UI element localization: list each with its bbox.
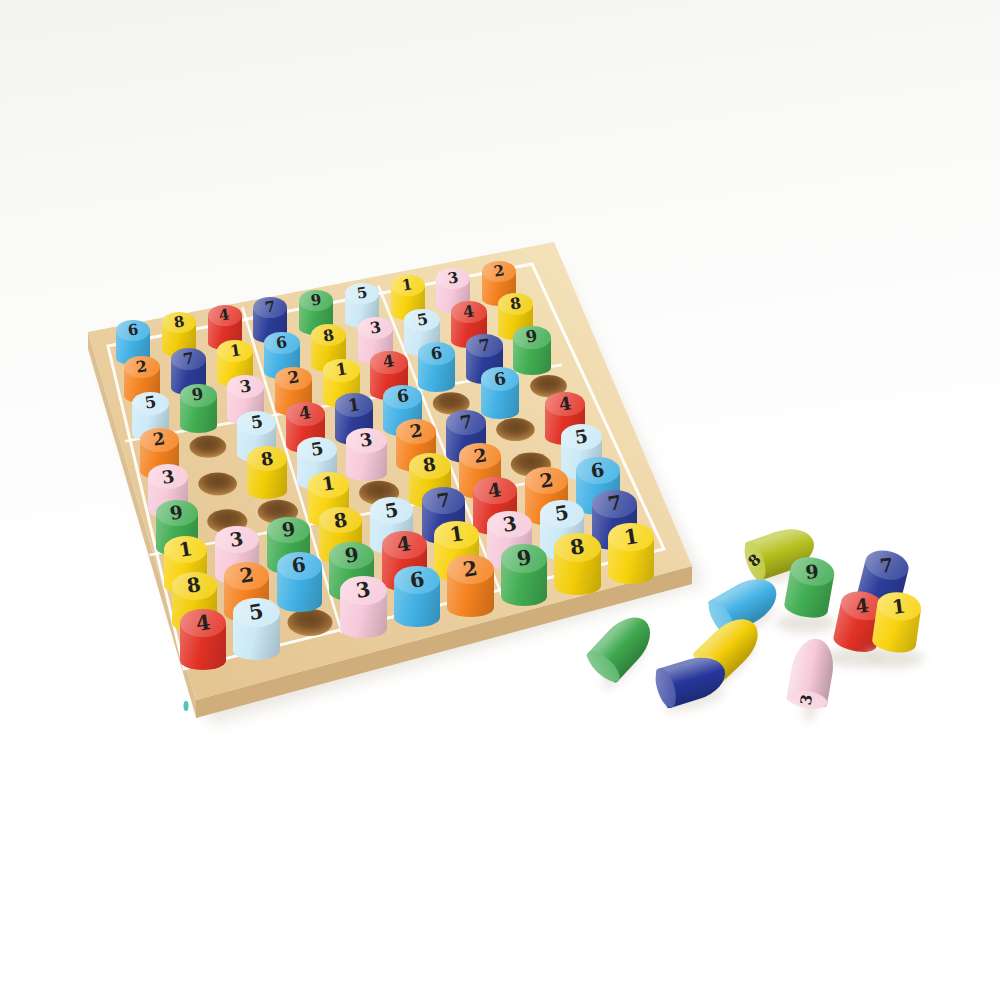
hole-r7c3 bbox=[268, 536, 310, 561]
hole-r6c6 bbox=[410, 471, 450, 495]
hole-r6c9 bbox=[561, 443, 601, 467]
hole-r5c6 bbox=[397, 436, 436, 459]
hole-r3c3 bbox=[228, 391, 263, 412]
hole-r9c5 bbox=[395, 588, 440, 615]
hole-r8c2 bbox=[225, 583, 268, 609]
hole-r4c9[interactable] bbox=[530, 375, 567, 397]
hole-r7c8 bbox=[526, 487, 568, 512]
board-top-face bbox=[88, 242, 692, 700]
hole-r6c4 bbox=[308, 490, 348, 514]
hole-r8c4 bbox=[330, 562, 373, 588]
hole-r9c4 bbox=[341, 598, 386, 625]
hole-r5c7 bbox=[447, 427, 486, 450]
hole-r3c8 bbox=[467, 349, 502, 370]
hole-r4c1 bbox=[141, 444, 178, 466]
hole-r4c6 bbox=[384, 401, 421, 423]
hole-r3c2 bbox=[181, 399, 216, 420]
hole-r7c2 bbox=[216, 546, 258, 571]
hole-r3c9 bbox=[514, 341, 549, 362]
hole-r1c4 bbox=[254, 310, 286, 329]
hole-r4c5 bbox=[336, 410, 373, 432]
hole-r8c6 bbox=[435, 542, 478, 568]
hole-r2c5 bbox=[312, 339, 346, 359]
hole-r9c3[interactable] bbox=[288, 609, 333, 636]
hole-r8c8 bbox=[540, 521, 583, 547]
hole-r5c4 bbox=[298, 454, 337, 477]
hole-r2c9 bbox=[499, 307, 533, 327]
hole-r4c8 bbox=[481, 384, 518, 406]
hole-r6c5[interactable] bbox=[359, 481, 399, 505]
hole-r9c8 bbox=[555, 555, 600, 582]
hole-r1c8 bbox=[437, 281, 469, 300]
hole-r6c1 bbox=[157, 519, 197, 543]
hole-r8c1 bbox=[173, 593, 216, 619]
hole-r3c4 bbox=[276, 382, 311, 403]
hole-r8c3 bbox=[278, 573, 321, 599]
hole-r9c6 bbox=[448, 577, 493, 604]
hole-r5c1 bbox=[149, 482, 188, 505]
hole-r5c2[interactable] bbox=[198, 472, 237, 495]
hole-r2c1 bbox=[125, 370, 159, 390]
hole-r6c2[interactable] bbox=[207, 509, 247, 533]
hole-r3c1 bbox=[133, 407, 168, 428]
edge-mark bbox=[184, 701, 189, 711]
hole-r6c7 bbox=[460, 462, 500, 486]
hole-r7c9 bbox=[577, 477, 619, 502]
hole-r4c2[interactable] bbox=[190, 436, 227, 458]
hole-r9c9 bbox=[609, 545, 654, 572]
hole-r6c8[interactable] bbox=[511, 452, 551, 476]
hole-r2c4 bbox=[265, 346, 299, 366]
hole-r3c7 bbox=[419, 358, 454, 379]
hole-r1c9 bbox=[483, 273, 515, 292]
hole-r9c1 bbox=[181, 631, 226, 658]
hole-r7c5 bbox=[371, 516, 413, 541]
hole-r7c6 bbox=[422, 507, 464, 532]
hole-r6c3[interactable] bbox=[258, 500, 298, 524]
hole-r1c2 bbox=[163, 325, 195, 344]
hole-r5c8[interactable] bbox=[496, 418, 535, 441]
hole-r3c6 bbox=[371, 366, 406, 387]
hole-r3c5 bbox=[324, 374, 359, 395]
hole-r5c9 bbox=[546, 409, 585, 432]
hole-r8c9 bbox=[593, 511, 636, 537]
hole-r9c7 bbox=[502, 566, 547, 593]
hole-r7c4 bbox=[319, 526, 361, 551]
hole-r1c6 bbox=[346, 296, 378, 315]
hole-r4c7[interactable] bbox=[433, 392, 470, 414]
hole-r2c3 bbox=[218, 354, 252, 374]
hole-r5c5 bbox=[347, 445, 386, 468]
hole-r2c6 bbox=[359, 331, 393, 351]
hole-r1c7 bbox=[392, 288, 424, 307]
hole-r2c2 bbox=[172, 362, 206, 382]
hole-r4c4 bbox=[287, 418, 324, 440]
hole-r9c2 bbox=[234, 620, 279, 647]
hole-r1c3 bbox=[209, 318, 241, 337]
hole-r4c3 bbox=[238, 427, 275, 449]
hole-r2c7 bbox=[405, 323, 439, 343]
sudoku-board bbox=[0, 0, 1000, 1000]
hole-r1c5 bbox=[300, 303, 332, 322]
hole-r1c1 bbox=[117, 332, 149, 351]
hole-r7c1 bbox=[165, 556, 207, 581]
hole-r5c3 bbox=[248, 463, 287, 486]
hole-r8c5 bbox=[383, 552, 426, 578]
hole-r2c8 bbox=[452, 315, 486, 335]
product-photo: 6847951322716835485932146792541663853274… bbox=[0, 0, 1000, 1000]
hole-r8c7 bbox=[488, 531, 531, 557]
hole-r7c7 bbox=[474, 497, 516, 522]
